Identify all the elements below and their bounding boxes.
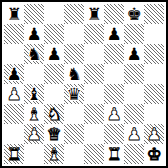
square-c8[interactable] (44, 4, 64, 24)
square-d5[interactable]: ♞ (64, 64, 84, 84)
square-h5[interactable] (144, 64, 164, 84)
black-pawn: ♟ (124, 44, 144, 64)
square-h3[interactable] (144, 104, 164, 124)
square-g1[interactable] (124, 144, 144, 164)
square-a7[interactable] (4, 24, 24, 44)
square-d1[interactable] (64, 144, 84, 164)
square-d2[interactable] (64, 124, 84, 144)
square-b7[interactable]: ♟ (24, 24, 44, 44)
diagram-frame: ♜♜♚♟♟♞♟♟♟♞♟♝♛♝♞♟♟♛♟♟♜♝♜♚ (0, 0, 168, 168)
square-c1[interactable]: ♝ (44, 144, 64, 164)
square-h1[interactable]: ♚ (144, 144, 164, 164)
square-h8[interactable] (144, 4, 164, 24)
square-a1[interactable]: ♜ (4, 144, 24, 164)
square-f3[interactable]: ♟ (104, 104, 124, 124)
square-b5[interactable] (24, 64, 44, 84)
square-g8[interactable]: ♚ (124, 4, 144, 24)
square-e6[interactable] (84, 44, 104, 64)
white-pawn: ♟ (144, 124, 164, 144)
square-e5[interactable] (84, 64, 104, 84)
black-knight: ♞ (24, 44, 44, 64)
square-c4[interactable] (44, 84, 64, 104)
square-e3[interactable] (84, 104, 104, 124)
square-b6[interactable]: ♞ (24, 44, 44, 64)
square-a2[interactable] (4, 124, 24, 144)
white-pawn: ♟ (124, 124, 144, 144)
square-g6[interactable]: ♟ (124, 44, 144, 64)
white-bishop: ♝ (24, 104, 44, 124)
square-g2[interactable]: ♟ (124, 124, 144, 144)
square-f2[interactable] (104, 124, 124, 144)
square-a3[interactable] (4, 104, 24, 124)
square-c7[interactable] (44, 24, 64, 44)
square-b2[interactable]: ♟ (24, 124, 44, 144)
square-d4[interactable]: ♛ (64, 84, 84, 104)
square-e1[interactable] (84, 144, 104, 164)
square-h4[interactable] (144, 84, 164, 104)
square-c6[interactable]: ♟ (44, 44, 64, 64)
square-a4[interactable]: ♟ (4, 84, 24, 104)
square-f6[interactable] (104, 44, 124, 64)
square-h7[interactable] (144, 24, 164, 44)
square-f4[interactable] (104, 84, 124, 104)
white-queen: ♛ (44, 124, 64, 144)
square-e4[interactable] (84, 84, 104, 104)
square-f7[interactable]: ♟ (104, 24, 124, 44)
white-pawn: ♟ (24, 124, 44, 144)
square-g4[interactable] (124, 84, 144, 104)
white-rook: ♜ (104, 144, 124, 164)
square-g5[interactable] (124, 64, 144, 84)
chess-board: ♜♜♚♟♟♞♟♟♟♞♟♝♛♝♞♟♟♛♟♟♜♝♜♚ (4, 4, 164, 164)
black-knight: ♞ (64, 64, 84, 84)
square-c2[interactable]: ♛ (44, 124, 64, 144)
square-c3[interactable]: ♞ (44, 104, 64, 124)
white-pawn: ♟ (4, 84, 24, 104)
white-pawn: ♟ (104, 104, 124, 124)
black-rook: ♜ (4, 4, 24, 24)
black-bishop: ♝ (24, 84, 44, 104)
square-h2[interactable]: ♟ (144, 124, 164, 144)
white-king: ♚ (144, 144, 164, 164)
square-g7[interactable] (124, 24, 144, 44)
square-e8[interactable]: ♜ (84, 4, 104, 24)
square-f8[interactable] (104, 4, 124, 24)
square-d7[interactable] (64, 24, 84, 44)
square-a5[interactable]: ♟ (4, 64, 24, 84)
square-b1[interactable] (24, 144, 44, 164)
square-e2[interactable] (84, 124, 104, 144)
white-bishop: ♝ (44, 144, 64, 164)
square-h6[interactable] (144, 44, 164, 64)
square-f1[interactable]: ♜ (104, 144, 124, 164)
white-rook: ♜ (4, 144, 24, 164)
black-pawn: ♟ (4, 64, 24, 84)
black-pawn: ♟ (44, 44, 64, 64)
square-f5[interactable] (104, 64, 124, 84)
square-a8[interactable]: ♜ (4, 4, 24, 24)
square-c5[interactable] (44, 64, 64, 84)
black-pawn: ♟ (104, 24, 124, 44)
square-b3[interactable]: ♝ (24, 104, 44, 124)
black-rook: ♜ (84, 4, 104, 24)
white-knight: ♞ (44, 104, 64, 124)
square-d6[interactable] (64, 44, 84, 64)
square-b8[interactable] (24, 4, 44, 24)
black-pawn: ♟ (24, 24, 44, 44)
square-b4[interactable]: ♝ (24, 84, 44, 104)
black-king: ♚ (124, 4, 144, 24)
black-queen: ♛ (64, 84, 84, 104)
square-d8[interactable] (64, 4, 84, 24)
square-a6[interactable] (4, 44, 24, 64)
square-d3[interactable] (64, 104, 84, 124)
square-g3[interactable] (124, 104, 144, 124)
square-e7[interactable] (84, 24, 104, 44)
